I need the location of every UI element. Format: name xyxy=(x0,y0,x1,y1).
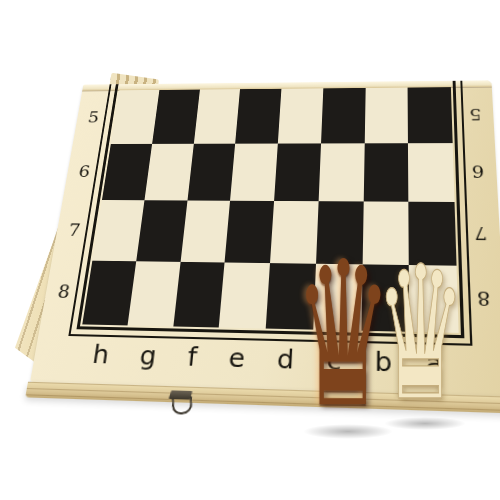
rank-label-8-rotated: 8 xyxy=(477,288,491,310)
file-label-g: g xyxy=(138,340,158,370)
file-label-d: d xyxy=(276,344,295,375)
light-queen-piece: ♛ xyxy=(375,242,466,427)
clasp-hook-icon xyxy=(172,396,193,415)
file-label-e: e xyxy=(228,342,247,372)
file-label-h: h xyxy=(91,339,111,369)
rank-label-7-rotated: 7 xyxy=(474,223,488,244)
product-photo-stage: ♟ ♟ 5 6 7 8 5 6 7 8 h g xyxy=(0,0,500,500)
rank-label-5: 5 xyxy=(87,108,101,125)
rank-label-6-rotated: 6 xyxy=(471,162,484,181)
rank-label-6: 6 xyxy=(77,162,91,180)
rank-label-8: 8 xyxy=(56,281,71,302)
rank-label-7: 7 xyxy=(67,220,82,240)
rank-label-5-rotated: 5 xyxy=(469,105,482,123)
file-label-f: f xyxy=(186,341,198,371)
